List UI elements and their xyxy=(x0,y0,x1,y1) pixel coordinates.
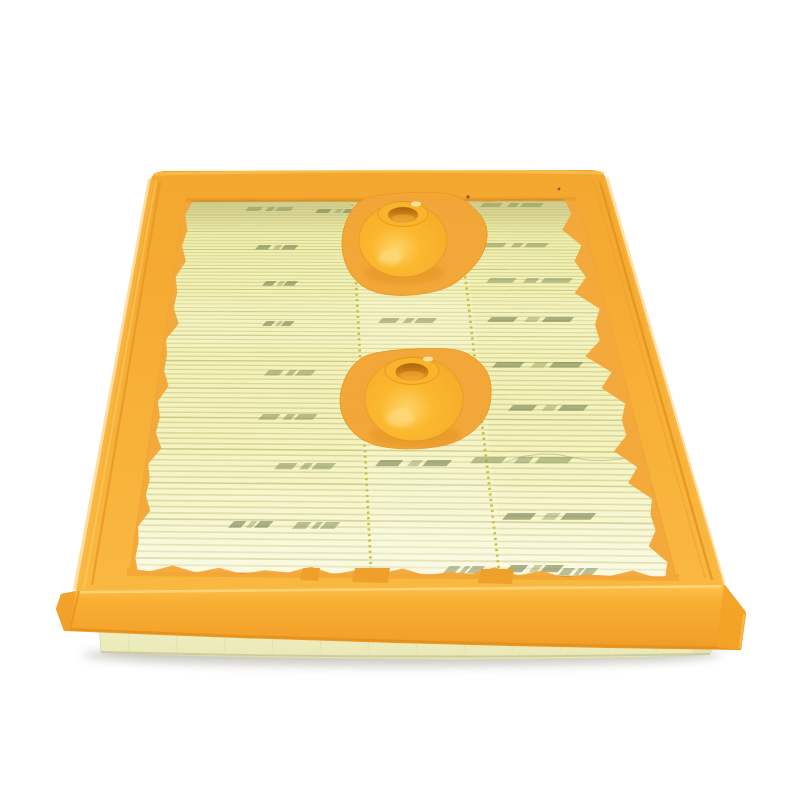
glue-tab xyxy=(478,569,514,584)
air-filter-illustration xyxy=(0,0,800,800)
glue-tab xyxy=(352,568,390,583)
grommet-lower xyxy=(340,348,491,448)
glue-tab xyxy=(300,568,320,581)
product-photo xyxy=(0,0,800,800)
